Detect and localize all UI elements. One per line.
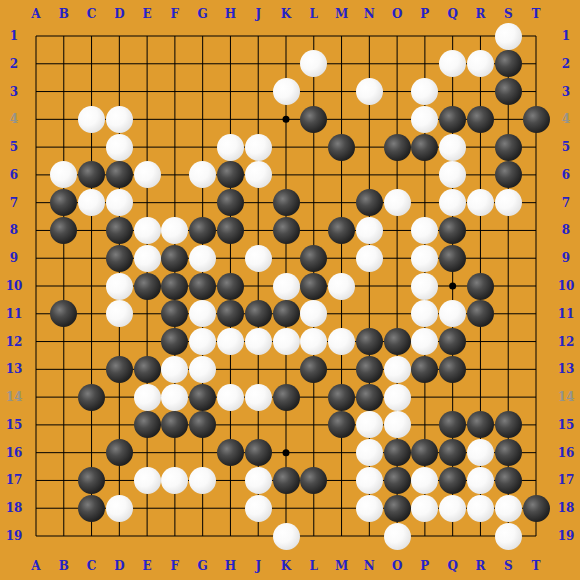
coord-label-bottom-L: L — [310, 560, 318, 572]
star-point-K16 — [283, 449, 290, 456]
coord-label-bottom-C: C — [87, 560, 97, 572]
stone-white-P4 — [411, 106, 438, 133]
coord-label-right-1: 1 — [562, 30, 570, 42]
stone-white-R18 — [467, 495, 494, 522]
coord-label-left-19: 19 — [6, 530, 23, 542]
stone-white-N18 — [356, 495, 383, 522]
coord-label-top-F: F — [171, 8, 180, 20]
coord-label-left-5: 5 — [10, 141, 18, 153]
stone-black-L10 — [300, 273, 327, 300]
coord-label-top-N: N — [364, 8, 375, 20]
stone-black-D16 — [106, 439, 133, 466]
stone-black-Q13 — [439, 356, 466, 383]
stone-white-R7 — [467, 189, 494, 216]
stone-white-O7 — [384, 189, 411, 216]
stone-black-P13 — [411, 356, 438, 383]
coord-label-top-D: D — [114, 8, 124, 20]
stone-white-J18 — [245, 495, 272, 522]
stone-black-C14 — [78, 384, 105, 411]
coord-label-top-M: M — [335, 8, 348, 20]
stone-black-H10 — [217, 273, 244, 300]
stone-white-F14 — [161, 384, 188, 411]
stone-white-H5 — [217, 134, 244, 161]
stone-white-D4 — [106, 106, 133, 133]
stone-white-Q18 — [439, 495, 466, 522]
stone-white-K3 — [273, 78, 300, 105]
coord-label-left-8: 8 — [10, 224, 18, 236]
stone-white-K12 — [273, 328, 300, 355]
coord-label-right-10: 10 — [558, 280, 575, 292]
stone-white-O15 — [384, 411, 411, 438]
stone-white-J9 — [245, 245, 272, 272]
coord-label-right-2: 2 — [562, 58, 570, 70]
coord-label-right-3: 3 — [562, 86, 570, 98]
coord-label-top-H: H — [225, 8, 236, 20]
coord-label-top-O: O — [392, 8, 402, 20]
coord-label-bottom-G: G — [198, 560, 208, 572]
coord-label-left-1: 1 — [10, 30, 18, 42]
coord-label-left-2: 2 — [10, 58, 18, 70]
stone-black-M5 — [328, 134, 355, 161]
stone-black-D9 — [106, 245, 133, 272]
stone-black-Q4 — [439, 106, 466, 133]
stone-black-G10 — [189, 273, 216, 300]
stone-black-E13 — [134, 356, 161, 383]
coord-label-right-7: 7 — [562, 197, 570, 209]
coord-label-right-5: 5 — [562, 141, 570, 153]
coord-label-bottom-J: J — [255, 560, 261, 572]
stone-black-Q12 — [439, 328, 466, 355]
stone-white-M12 — [328, 328, 355, 355]
stone-black-T18 — [523, 495, 550, 522]
stone-black-F9 — [161, 245, 188, 272]
coord-label-left-16: 16 — [6, 447, 23, 459]
go-board[interactable]: ABCDEFGHJKLMNOPQRSTABCDEFGHJKLMNOPQRST12… — [0, 0, 580, 580]
coord-label-right-12: 12 — [558, 336, 575, 348]
stone-white-D7 — [106, 189, 133, 216]
stone-black-K7 — [273, 189, 300, 216]
coord-label-left-4: 4 — [10, 113, 18, 125]
stone-black-Q17 — [439, 467, 466, 494]
coord-label-right-8: 8 — [562, 224, 570, 236]
star-point-Q10 — [449, 283, 456, 290]
stone-black-R11 — [467, 300, 494, 327]
coord-label-top-E: E — [143, 8, 152, 20]
stone-white-K10 — [273, 273, 300, 300]
stone-white-J14 — [245, 384, 272, 411]
coord-label-top-G: G — [198, 8, 208, 20]
coord-label-top-L: L — [310, 8, 318, 20]
coord-label-left-17: 17 — [6, 474, 23, 486]
coord-label-right-19: 19 — [558, 530, 575, 542]
coord-label-bottom-B: B — [59, 560, 69, 572]
coord-label-right-6: 6 — [562, 169, 570, 181]
coord-label-top-P: P — [420, 8, 429, 20]
coord-label-right-9: 9 — [562, 252, 570, 264]
coord-label-top-J: J — [255, 8, 261, 20]
stone-black-K17 — [273, 467, 300, 494]
stone-white-N9 — [356, 245, 383, 272]
coord-label-left-14: 14 — [6, 391, 23, 403]
stone-white-J12 — [245, 328, 272, 355]
coord-label-bottom-P: P — [420, 560, 429, 572]
stone-white-D11 — [106, 300, 133, 327]
coord-label-top-K: K — [281, 8, 291, 20]
coord-label-top-T: T — [532, 8, 541, 20]
stone-white-E8 — [134, 217, 161, 244]
stone-white-F13 — [161, 356, 188, 383]
coord-label-left-9: 9 — [10, 252, 18, 264]
stone-white-S1 — [495, 23, 522, 50]
stone-white-E14 — [134, 384, 161, 411]
coord-label-bottom-R: R — [475, 560, 485, 572]
stone-black-B8 — [50, 217, 77, 244]
stone-white-M10 — [328, 273, 355, 300]
coord-label-left-7: 7 — [10, 197, 18, 209]
stone-white-D10 — [106, 273, 133, 300]
stone-black-D8 — [106, 217, 133, 244]
stone-black-C17 — [78, 467, 105, 494]
coord-label-left-6: 6 — [10, 169, 18, 181]
stone-black-L17 — [300, 467, 327, 494]
stone-white-E9 — [134, 245, 161, 272]
stone-white-J17 — [245, 467, 272, 494]
stone-black-H8 — [217, 217, 244, 244]
coord-label-left-11: 11 — [6, 308, 23, 320]
stone-white-Q5 — [439, 134, 466, 161]
stone-white-P9 — [411, 245, 438, 272]
stone-white-G12 — [189, 328, 216, 355]
stone-white-P10 — [411, 273, 438, 300]
coord-label-bottom-T: T — [532, 560, 541, 572]
stone-black-L13 — [300, 356, 327, 383]
stone-black-O17 — [384, 467, 411, 494]
stone-black-N12 — [356, 328, 383, 355]
stone-black-K14 — [273, 384, 300, 411]
stone-white-E6 — [134, 161, 161, 188]
coord-label-bottom-A: A — [31, 560, 40, 572]
coord-label-right-18: 18 — [558, 502, 575, 514]
stone-white-N3 — [356, 78, 383, 105]
coord-label-right-15: 15 — [558, 419, 575, 431]
stone-black-C18 — [78, 495, 105, 522]
coord-label-left-13: 13 — [6, 363, 23, 375]
stone-black-S17 — [495, 467, 522, 494]
stone-black-H7 — [217, 189, 244, 216]
stone-black-H11 — [217, 300, 244, 327]
stone-black-R10 — [467, 273, 494, 300]
stone-white-D18 — [106, 495, 133, 522]
coord-label-right-17: 17 — [558, 474, 575, 486]
stone-black-T4 — [523, 106, 550, 133]
stone-white-S7 — [495, 189, 522, 216]
coord-label-right-11: 11 — [558, 308, 575, 320]
stone-black-D6 — [106, 161, 133, 188]
stone-black-N13 — [356, 356, 383, 383]
coord-label-bottom-S: S — [504, 560, 513, 572]
stone-white-R16 — [467, 439, 494, 466]
stone-white-K19 — [273, 523, 300, 550]
coord-label-right-16: 16 — [558, 447, 575, 459]
stone-black-N7 — [356, 189, 383, 216]
stone-white-C4 — [78, 106, 105, 133]
stone-white-J6 — [245, 161, 272, 188]
stone-black-E10 — [134, 273, 161, 300]
coord-label-top-S: S — [504, 8, 513, 20]
coord-label-bottom-N: N — [364, 560, 375, 572]
stone-white-N17 — [356, 467, 383, 494]
coord-label-left-18: 18 — [6, 502, 23, 514]
stone-black-F10 — [161, 273, 188, 300]
stone-black-O5 — [384, 134, 411, 161]
coord-label-left-10: 10 — [6, 280, 23, 292]
stone-white-G9 — [189, 245, 216, 272]
stone-black-P5 — [411, 134, 438, 161]
stone-black-S6 — [495, 161, 522, 188]
stone-black-K11 — [273, 300, 300, 327]
stone-black-D13 — [106, 356, 133, 383]
stone-white-H14 — [217, 384, 244, 411]
stone-black-G14 — [189, 384, 216, 411]
coord-label-top-Q: Q — [447, 8, 457, 20]
coord-label-bottom-O: O — [392, 560, 402, 572]
stone-white-N8 — [356, 217, 383, 244]
stone-white-N16 — [356, 439, 383, 466]
stone-white-O13 — [384, 356, 411, 383]
stone-black-J16 — [245, 439, 272, 466]
coord-label-bottom-H: H — [225, 560, 236, 572]
stone-black-O16 — [384, 439, 411, 466]
stone-black-H16 — [217, 439, 244, 466]
coord-label-left-15: 15 — [6, 419, 23, 431]
stone-white-C7 — [78, 189, 105, 216]
coord-label-bottom-E: E — [143, 560, 152, 572]
stone-white-G13 — [189, 356, 216, 383]
stone-white-R2 — [467, 50, 494, 77]
stone-black-E15 — [134, 411, 161, 438]
stone-white-E17 — [134, 467, 161, 494]
stone-black-N14 — [356, 384, 383, 411]
stone-white-G17 — [189, 467, 216, 494]
coord-label-top-R: R — [475, 8, 485, 20]
stone-black-R4 — [467, 106, 494, 133]
stone-white-S19 — [495, 523, 522, 550]
coord-label-right-4: 4 — [562, 113, 570, 125]
stone-black-Q8 — [439, 217, 466, 244]
coord-label-left-3: 3 — [10, 86, 18, 98]
stone-black-S3 — [495, 78, 522, 105]
stone-black-Q9 — [439, 245, 466, 272]
coord-label-bottom-Q: Q — [447, 560, 457, 572]
stone-black-M14 — [328, 384, 355, 411]
stone-white-J5 — [245, 134, 272, 161]
stone-black-L9 — [300, 245, 327, 272]
coord-label-right-14: 14 — [558, 391, 575, 403]
stone-black-S5 — [495, 134, 522, 161]
stone-black-S16 — [495, 439, 522, 466]
stone-white-P18 — [411, 495, 438, 522]
stone-black-J11 — [245, 300, 272, 327]
stone-black-L4 — [300, 106, 327, 133]
coord-label-bottom-D: D — [114, 560, 124, 572]
stone-white-R17 — [467, 467, 494, 494]
coord-label-left-12: 12 — [6, 336, 23, 348]
stone-white-N15 — [356, 411, 383, 438]
coord-label-top-C: C — [87, 8, 97, 20]
stone-white-H12 — [217, 328, 244, 355]
star-point-K4 — [283, 116, 290, 123]
stone-black-O12 — [384, 328, 411, 355]
coord-label-bottom-M: M — [335, 560, 348, 572]
stone-white-O19 — [384, 523, 411, 550]
stone-black-K8 — [273, 217, 300, 244]
stone-white-S18 — [495, 495, 522, 522]
coord-label-top-A: A — [31, 8, 40, 20]
stone-black-S2 — [495, 50, 522, 77]
coord-label-bottom-F: F — [171, 560, 180, 572]
stone-white-D5 — [106, 134, 133, 161]
stone-white-O14 — [384, 384, 411, 411]
stone-black-G8 — [189, 217, 216, 244]
stone-black-O18 — [384, 495, 411, 522]
coord-label-bottom-K: K — [281, 560, 291, 572]
stone-black-M8 — [328, 217, 355, 244]
stone-black-S15 — [495, 411, 522, 438]
coord-label-top-B: B — [59, 8, 69, 20]
coord-label-right-13: 13 — [558, 363, 575, 375]
